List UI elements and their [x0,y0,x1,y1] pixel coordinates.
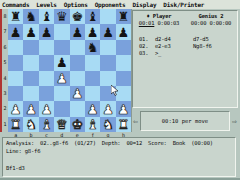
board-square-e1[interactable]: ♚ [70,117,85,132]
depth-label: Depth: [102,140,121,146]
move-list: 01.d2-d4d7-d502.e2-e3Ng8-f603.>_ [139,36,237,57]
white-player-name: ♦ Player [133,13,185,19]
analysis-time: (00:00) [191,140,213,146]
board-square-h6[interactable] [116,40,131,55]
board-square-g2[interactable]: ♟ [100,101,115,116]
mouse-cursor-icon [111,85,119,96]
move-black: Ng8-f6 [193,43,233,50]
board-square-f1[interactable]: ♝ [85,117,100,132]
board-square-g8[interactable] [100,9,115,24]
time-control-left-arrow-icon[interactable]: ⇦ [131,117,140,126]
white-queen: ♛ [56,117,68,132]
move-row-2: 02.e2-e3Ng8-f6 [139,43,237,50]
board-square-e7[interactable]: ♟ [70,24,85,39]
line-label: Line: [6,148,22,154]
menu-disk-printer[interactable]: Disk/Printer [163,1,204,9]
board-square-h7[interactable]: ♟ [116,24,131,39]
board-square-a1[interactable]: ♜ [8,117,23,132]
white-pawn: ♟ [102,102,114,117]
board-square-b2[interactable]: ♟ [23,101,38,116]
time-control-right-arrow-icon[interactable]: ⇨ [230,117,239,126]
board-square-c4[interactable] [39,71,54,86]
board-square-d6[interactable] [54,40,69,55]
board-square-d5[interactable]: ♟ [54,55,69,70]
board-square-h8[interactable]: ♜ [116,9,131,24]
white-knight: ♞ [102,117,114,132]
score-label: Score: [148,140,167,146]
black-player-name: Genius 2 [185,13,237,19]
analysis-label: Analysis: [6,140,34,146]
white-pawn: ♟ [25,102,37,117]
move-no: 03. [139,50,155,57]
board-square-c3[interactable] [39,86,54,101]
move-white: e2-e3 [155,43,193,50]
black-knight: ♞ [25,9,37,24]
black-pawn: ♟ [118,25,130,40]
white-rook: ♜ [118,117,130,132]
black-pawn: ♟ [56,55,68,70]
board-square-a5[interactable] [8,55,23,70]
black-queen: ♛ [56,9,68,24]
black-rook: ♜ [118,9,130,24]
board-square-c2[interactable]: ♟ [39,101,54,116]
board-square-g6[interactable] [100,40,115,55]
board-square-g1[interactable]: ♞ [100,117,115,132]
white-king: ♚ [71,117,83,132]
board-square-b6[interactable] [23,40,38,55]
board-square-b7[interactable]: ♟ [23,24,38,39]
board-square-b5[interactable] [23,55,38,70]
black-king: ♚ [71,9,83,24]
board-square-a8[interactable]: ♜ [8,9,23,24]
black-pawn: ♟ [71,25,83,40]
board-square-h1[interactable]: ♜ [116,117,131,132]
depth-value: 00=12 [126,140,142,146]
board-square-h5[interactable] [116,55,131,70]
board-square-a7[interactable]: ♟ [8,24,23,39]
black-move-clock: 00:00 [191,20,207,26]
menu-opponents[interactable]: Opponents [95,1,126,9]
board-square-g7[interactable]: ♟ [100,24,115,39]
board-square-a3[interactable] [8,86,23,101]
menu-levels[interactable]: Levels [36,1,56,9]
board-square-a6[interactable] [8,40,23,55]
screen-bottom-edge [0,178,240,180]
analysis-line: Analysis:02..g8-f6(01/27)Depth:00=12Scor… [6,140,232,146]
move-row-1: 01.d2-d4d7-d5 [139,36,237,43]
board-square-b3[interactable] [23,86,38,101]
move-white: >_ [155,50,193,57]
white-pawn: ♟ [41,102,53,117]
board-square-f5[interactable] [85,55,100,70]
board-square-e8[interactable]: ♚ [70,9,85,24]
board-square-c5[interactable] [39,55,54,70]
black-rook: ♜ [10,9,22,24]
score-value: Book [173,140,185,146]
board-square-a2[interactable]: ♟ [8,101,23,116]
move-no: 02. [139,43,155,50]
menu-display[interactable]: Display [132,1,156,9]
time-control-strip: ⇦ 00:10 per move ⇨ [131,110,239,132]
move-row-3: 03.>_ [139,50,237,57]
white-pawn: ♟ [71,86,83,101]
black-bishop: ♝ [41,9,53,24]
time-control-box[interactable]: 00:10 per move [140,111,230,131]
board-square-b1[interactable]: ♞ [23,117,38,132]
black-pawn: ♟ [87,25,99,40]
chess-app-screen: Commands Levels Options Opponents Displa… [0,0,240,180]
board-square-f7[interactable]: ♟ [85,24,100,39]
analysis-status-panel: Analysis:02..g8-f6(01/27)Depth:00=12Scor… [2,137,236,177]
board-square-g5[interactable] [100,55,115,70]
black-pawn: ♟ [25,25,37,40]
white-clocks: 00:01 0:00:03 [133,20,185,26]
white-pawn: ♟ [10,102,22,117]
analysis-count: (01/27) [74,140,96,146]
move-black [193,50,233,57]
board-square-c7[interactable]: ♟ [39,24,54,39]
board-square-d3[interactable] [54,86,69,101]
white-rook: ♜ [10,117,22,132]
board-square-c1[interactable]: ♝ [39,117,54,132]
move-no: 01. [139,36,155,43]
chess-board: ♜♞♝♛♚♝♜♟♟♟♟♟♟♟♞♟♟♟♟♟♟♟♟♟♜♞♝♛♚♝♞♜ [8,9,132,132]
board-square-f8[interactable]: ♝ [85,9,100,24]
board-square-d1[interactable]: ♛ [54,117,69,132]
line-display: Line: g8-f6 [6,148,232,154]
turn-marker-icon: ♦ [147,13,150,19]
move-list-panel: ♦ Player Genius 2 00:01 0:00:03 00:00 0:… [132,10,238,108]
white-move-clock: 00:01 [139,20,155,26]
white-pawn: ♟ [87,102,99,117]
board-square-f2[interactable]: ♟ [85,101,100,116]
menu-commands[interactable]: Commands [2,1,29,9]
time-control-label: 00:10 per move [162,118,208,124]
board-square-h2[interactable]: ♟ [116,101,131,116]
board-square-d7[interactable] [54,24,69,39]
board-square-e5[interactable] [70,55,85,70]
white-total-clock: 0:00:03 [157,20,179,26]
black-pawn: ♟ [10,25,22,40]
board-square-e3[interactable]: ♟ [70,86,85,101]
white-pawn: ♟ [118,102,130,117]
board-square-b4[interactable] [23,71,38,86]
black-clocks: 00:00 0:00:00 [185,20,237,26]
board-square-e6[interactable] [70,40,85,55]
board-square-g4[interactable] [100,71,115,86]
board-square-f3[interactable] [85,86,100,101]
board-square-e2[interactable] [70,101,85,116]
move-white: d2-d4 [155,36,193,43]
board-square-f6[interactable]: ♞ [85,40,100,55]
black-pawn: ♟ [41,25,53,40]
board-square-h4[interactable] [116,71,131,86]
black-knight: ♞ [87,40,99,55]
board-square-f4[interactable] [85,71,100,86]
board-square-a4[interactable] [8,71,23,86]
clocks-row: 00:01 0:00:03 00:00 0:00:00 [133,20,237,26]
analysis-move: 02..g8-f6 [40,140,68,146]
menu-bar: Commands Levels Options Opponents Displa… [0,0,240,9]
white-knight: ♞ [25,117,37,132]
white-bishop: ♝ [41,117,53,132]
black-bishop: ♝ [87,9,99,24]
hint-move: Bf1-d3 [6,165,232,171]
black-total-clock: 0:00:00 [209,20,231,26]
move-black: d7-d5 [193,36,233,43]
board-square-d2[interactable] [54,101,69,116]
board-square-c6[interactable] [39,40,54,55]
black-pawn: ♟ [102,25,114,40]
board-square-d4[interactable]: ♟ [54,71,69,86]
board-square-e4[interactable] [70,71,85,86]
board-square-c8[interactable]: ♝ [39,9,54,24]
white-pawn: ♟ [56,71,68,86]
board-square-b8[interactable]: ♞ [23,9,38,24]
board-square-d8[interactable]: ♛ [54,9,69,24]
menu-options[interactable]: Options [64,1,88,9]
white-bishop: ♝ [87,117,99,132]
line-value: g8-f6 [25,148,41,154]
